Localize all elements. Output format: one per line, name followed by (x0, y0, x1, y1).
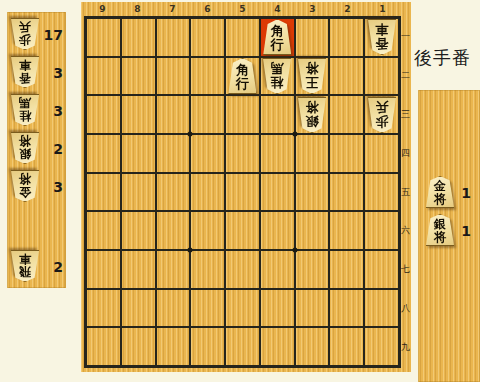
board-grid: 角行香車角行桂馬王将銀将歩兵 (84, 16, 401, 368)
square-1-1[interactable]: 香車 (364, 18, 399, 57)
square-9-9[interactable] (86, 327, 121, 366)
square-9-7[interactable] (86, 250, 121, 289)
square-6-7[interactable] (190, 250, 225, 289)
square-6-9[interactable] (190, 327, 225, 366)
square-7-9[interactable] (156, 327, 191, 366)
gote-hand-tray: 歩兵17香車3桂馬3銀将2金将3飛車2 (7, 12, 66, 288)
piece-kanji: 将 (306, 61, 319, 75)
star-point (188, 131, 193, 136)
square-3-4[interactable] (295, 134, 330, 173)
shogi-piece-gote[interactable]: 桂馬 (262, 58, 292, 94)
square-8-6[interactable] (121, 211, 156, 250)
shogi-piece-gote[interactable]: 銀将 (297, 97, 327, 133)
square-1-2[interactable] (364, 57, 399, 96)
turn-indicator: 後手番 (414, 46, 480, 70)
shogi-piece-gote[interactable]: 王将 (297, 58, 327, 94)
square-2-7[interactable] (329, 250, 364, 289)
square-2-1[interactable] (329, 18, 364, 57)
square-5-9[interactable] (225, 327, 260, 366)
shogi-piece-gote[interactable]: 飛車 (10, 250, 40, 282)
square-9-3[interactable] (86, 95, 121, 134)
square-6-4[interactable] (190, 134, 225, 173)
piece-kanji: 歩 (19, 33, 31, 46)
shogi-piece-gote[interactable]: 香車 (10, 56, 40, 88)
shogi-piece-gote[interactable]: 桂馬 (10, 94, 40, 126)
square-3-9[interactable] (295, 327, 330, 366)
square-9-8[interactable] (86, 289, 121, 328)
piece-kanji: 兵 (19, 20, 31, 33)
square-3-8[interactable] (295, 289, 330, 328)
file-label: 2 (330, 2, 365, 16)
square-4-3[interactable] (260, 95, 295, 134)
square-2-3[interactable] (329, 95, 364, 134)
square-6-5[interactable] (190, 173, 225, 212)
square-2-2[interactable] (329, 57, 364, 96)
square-5-3[interactable] (225, 95, 260, 134)
rank-labels: 一二三四五六七八九 (400, 17, 411, 367)
square-7-1[interactable] (156, 18, 191, 57)
piece-kanji: 将 (434, 193, 446, 206)
piece-kanji: 桂 (19, 109, 31, 122)
shogi-piece-gote[interactable]: 歩兵 (10, 18, 40, 50)
square-4-6[interactable] (260, 211, 295, 250)
hand-count: 3 (43, 179, 63, 195)
piece-kanji: 香 (375, 36, 388, 50)
square-2-4[interactable] (329, 134, 364, 173)
file-label: 4 (260, 2, 295, 16)
square-4-8[interactable] (260, 289, 295, 328)
square-3-6[interactable] (295, 211, 330, 250)
square-8-8[interactable] (121, 289, 156, 328)
sente-hand-tray: 金将1銀将1 (418, 90, 480, 382)
square-2-5[interactable] (329, 173, 364, 212)
square-9-5[interactable] (86, 173, 121, 212)
square-6-3[interactable] (190, 95, 225, 134)
square-3-5[interactable] (295, 173, 330, 212)
piece-kanji: 行 (271, 38, 284, 52)
star-point (292, 248, 297, 253)
square-1-7[interactable] (364, 250, 399, 289)
square-9-4[interactable] (86, 134, 121, 173)
square-1-5[interactable] (364, 173, 399, 212)
hand-count: 1 (458, 185, 474, 201)
rank-label: 六 (400, 211, 411, 250)
square-6-6[interactable] (190, 211, 225, 250)
square-8-9[interactable] (121, 327, 156, 366)
square-4-2[interactable]: 桂馬 (260, 57, 295, 96)
hand-count: 1 (458, 223, 474, 239)
file-label: 3 (295, 2, 330, 16)
square-1-6[interactable] (364, 211, 399, 250)
piece-kanji: 飛 (19, 265, 31, 278)
square-2-9[interactable] (329, 327, 364, 366)
star-point (188, 248, 193, 253)
piece-kanji: 車 (19, 252, 31, 265)
square-8-5[interactable] (121, 173, 156, 212)
file-labels: 987654321 (85, 2, 400, 16)
shogi-piece-gote[interactable]: 銀将 (10, 132, 40, 164)
hand-count: 17 (43, 27, 63, 43)
square-1-4[interactable] (364, 134, 399, 173)
square-9-6[interactable] (86, 211, 121, 250)
square-9-2[interactable] (86, 57, 121, 96)
file-label: 5 (225, 2, 260, 16)
rank-label: 四 (400, 134, 411, 173)
square-7-3[interactable] (156, 95, 191, 134)
shogi-piece-gote[interactable]: 香車 (367, 19, 397, 55)
shogi-piece-sente[interactable]: 角行 (227, 58, 257, 94)
square-3-1[interactable] (295, 18, 330, 57)
square-8-1[interactable] (121, 18, 156, 57)
piece-kanji: 金 (19, 185, 31, 198)
rank-label: 二 (400, 56, 411, 95)
rank-label: 七 (400, 250, 411, 289)
piece-kanji: 車 (19, 58, 31, 71)
square-3-3[interactable]: 銀将 (295, 95, 330, 134)
piece-kanji: 将 (306, 100, 319, 114)
rank-label: 一 (400, 17, 411, 56)
piece-kanji: 将 (434, 231, 446, 244)
square-8-2[interactable] (121, 57, 156, 96)
file-label: 8 (120, 2, 155, 16)
square-2-6[interactable] (329, 211, 364, 250)
hand-count: 2 (43, 141, 63, 157)
shogi-piece-gote[interactable]: 金将 (10, 170, 40, 202)
square-8-3[interactable] (121, 95, 156, 134)
piece-kanji: 角 (271, 24, 284, 38)
square-5-4[interactable] (225, 134, 260, 173)
square-4-1[interactable]: 角行 (260, 18, 295, 57)
square-5-1[interactable] (225, 18, 260, 57)
square-7-8[interactable] (156, 289, 191, 328)
piece-kanji: 銀 (306, 114, 319, 128)
piece-kanji: 歩 (375, 114, 388, 128)
square-4-7[interactable] (260, 250, 295, 289)
file-label: 9 (85, 2, 120, 16)
square-6-8[interactable] (190, 289, 225, 328)
star-point (292, 131, 297, 136)
shogi-diagram: { "game": "shogi", "position": { "sfen":… (0, 0, 480, 382)
rank-label: 八 (400, 289, 411, 328)
piece-kanji: 桂 (271, 75, 284, 89)
piece-kanji: 馬 (271, 61, 284, 75)
square-5-5[interactable] (225, 173, 260, 212)
square-7-6[interactable] (156, 211, 191, 250)
square-4-9[interactable] (260, 327, 295, 366)
square-8-7[interactable] (121, 250, 156, 289)
square-5-8[interactable] (225, 289, 260, 328)
hand-count: 2 (43, 259, 63, 275)
rank-label: 五 (400, 173, 411, 212)
board: 987654321 角行香車角行桂馬王将銀将歩兵 一二三四五六七八九 (81, 2, 411, 372)
square-5-7[interactable] (225, 250, 260, 289)
square-6-1[interactable] (190, 18, 225, 57)
square-1-3[interactable]: 歩兵 (364, 95, 399, 134)
shogi-piece-sente[interactable]: 銀将 (425, 214, 455, 246)
square-6-2[interactable] (190, 57, 225, 96)
square-7-4[interactable] (156, 134, 191, 173)
piece-kanji: 将 (19, 134, 31, 147)
piece-kanji: 馬 (19, 96, 31, 109)
square-7-2[interactable] (156, 57, 191, 96)
square-9-1[interactable] (86, 18, 121, 57)
file-label: 7 (155, 2, 190, 16)
square-3-7[interactable] (295, 250, 330, 289)
square-1-9[interactable] (364, 327, 399, 366)
piece-kanji: 将 (19, 172, 31, 185)
piece-kanji: 兵 (375, 100, 388, 114)
rank-label: 九 (400, 328, 411, 367)
file-label: 6 (190, 2, 225, 16)
square-4-4[interactable] (260, 134, 295, 173)
square-4-5[interactable] (260, 173, 295, 212)
rank-label: 三 (400, 95, 411, 134)
file-label: 1 (365, 2, 400, 16)
shogi-piece-sente[interactable]: 角行 (262, 19, 292, 55)
square-8-4[interactable] (121, 134, 156, 173)
piece-kanji: 角 (236, 63, 249, 77)
piece-kanji: 王 (306, 75, 319, 89)
piece-kanji: 行 (236, 77, 249, 91)
square-7-7[interactable] (156, 250, 191, 289)
piece-kanji: 車 (375, 22, 388, 36)
square-1-8[interactable] (364, 289, 399, 328)
hand-count: 3 (43, 103, 63, 119)
square-3-2[interactable]: 王将 (295, 57, 330, 96)
square-5-6[interactable] (225, 211, 260, 250)
square-7-5[interactable] (156, 173, 191, 212)
piece-kanji: 香 (19, 71, 31, 84)
square-2-8[interactable] (329, 289, 364, 328)
square-5-2[interactable]: 角行 (225, 57, 260, 96)
shogi-piece-sente[interactable]: 金将 (425, 176, 455, 208)
piece-kanji: 銀 (19, 147, 31, 160)
hand-count: 3 (43, 65, 63, 81)
shogi-piece-gote[interactable]: 歩兵 (367, 97, 397, 133)
